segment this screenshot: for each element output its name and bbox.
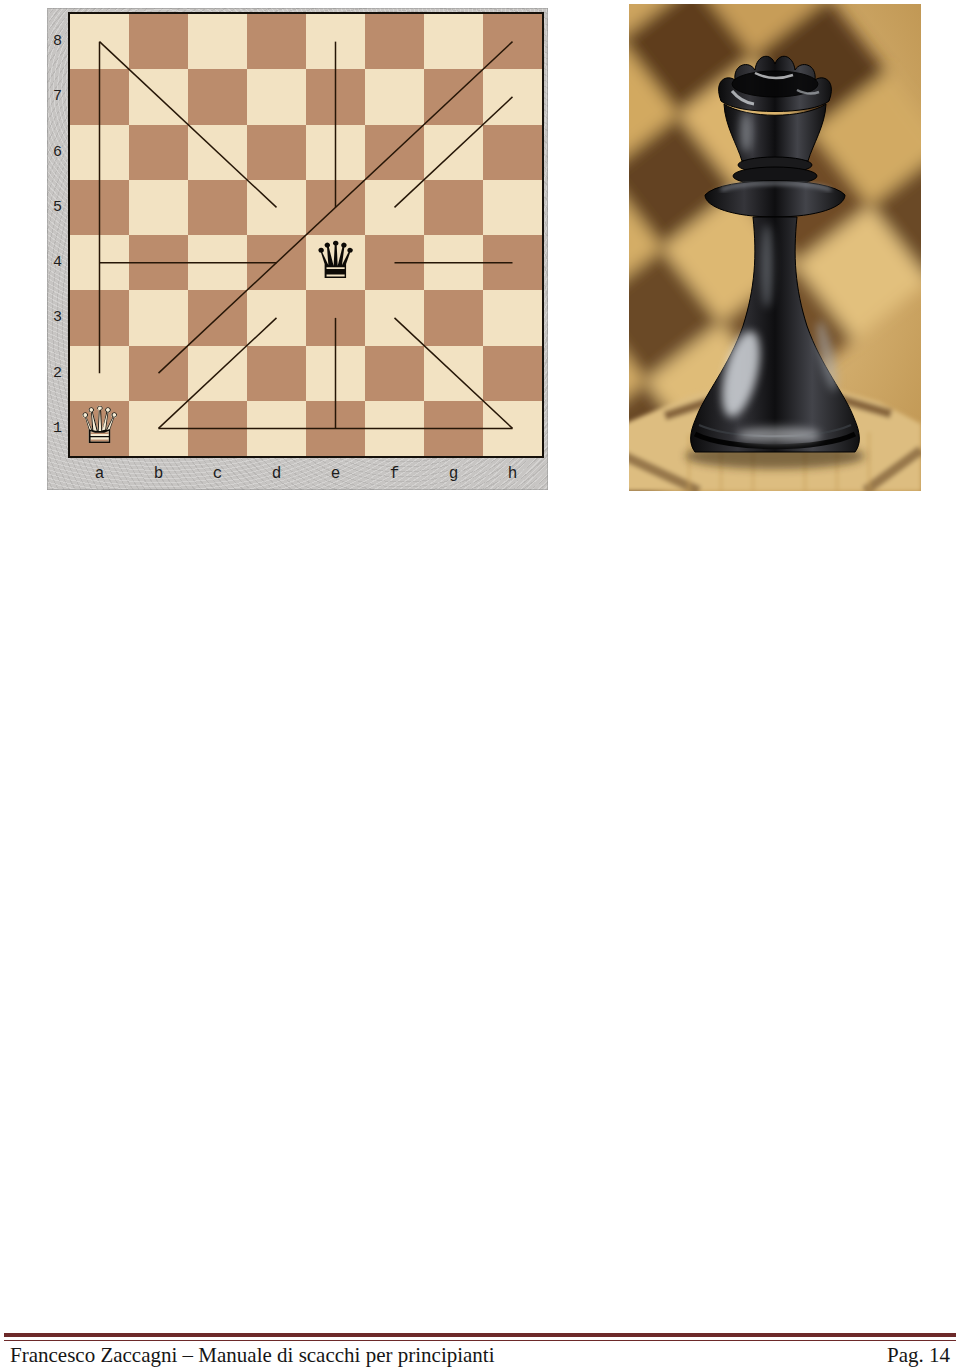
board-square xyxy=(70,346,129,401)
rank-label-5: 5 xyxy=(47,180,68,235)
file-label-b: b xyxy=(129,460,188,488)
file-label-f: f xyxy=(365,460,424,488)
rank-label-3: 3 xyxy=(47,290,68,345)
board-square xyxy=(129,125,188,180)
board-square xyxy=(483,125,542,180)
board-square xyxy=(424,235,483,290)
board-square xyxy=(188,290,247,345)
board-square xyxy=(70,290,129,345)
board-square xyxy=(365,290,424,345)
footer-rule xyxy=(4,1333,956,1341)
file-label-e: e xyxy=(306,460,365,488)
board-square xyxy=(483,290,542,345)
board-square xyxy=(129,401,188,456)
board-square xyxy=(306,14,365,69)
board-square: ♛♕ xyxy=(70,401,129,456)
board-square xyxy=(483,14,542,69)
board-square xyxy=(483,235,542,290)
rank-label-2: 2 xyxy=(47,346,68,401)
footer-page-number: Pag. 14 xyxy=(887,1343,950,1368)
board-square xyxy=(188,401,247,456)
black-queen: ♛ xyxy=(306,235,365,290)
footer-author-title: Francesco Zaccagni – Manuale di scacchi … xyxy=(10,1343,495,1368)
file-label-d: d xyxy=(247,460,306,488)
board-square xyxy=(247,235,306,290)
board-square xyxy=(129,180,188,235)
board-square xyxy=(129,14,188,69)
board-square xyxy=(70,69,129,124)
board-square xyxy=(129,346,188,401)
board-square xyxy=(129,290,188,345)
board-square xyxy=(129,235,188,290)
board-frame: ♛♛♕ xyxy=(68,12,544,458)
board-square xyxy=(424,125,483,180)
board-square xyxy=(483,401,542,456)
board-square xyxy=(247,125,306,180)
black-queen-photo-art xyxy=(629,4,921,491)
board-square xyxy=(247,346,306,401)
board-square xyxy=(483,180,542,235)
board-square xyxy=(306,290,365,345)
file-label-g: g xyxy=(424,460,483,488)
board-square xyxy=(424,290,483,345)
board-square xyxy=(188,346,247,401)
board-square xyxy=(483,69,542,124)
board-square xyxy=(365,69,424,124)
board-square xyxy=(70,125,129,180)
rank-label-6: 6 xyxy=(47,125,68,180)
piece-outline: ♕ xyxy=(77,401,123,452)
board-square xyxy=(365,125,424,180)
board-square xyxy=(424,14,483,69)
chess-diagram: 87654321 ♛♛♕ abcdefgh xyxy=(47,8,548,490)
board-square xyxy=(247,14,306,69)
board-square xyxy=(306,125,365,180)
board-square xyxy=(247,401,306,456)
board-square xyxy=(424,346,483,401)
board-square xyxy=(306,346,365,401)
board-square xyxy=(188,180,247,235)
board-square xyxy=(306,401,365,456)
board-square xyxy=(247,69,306,124)
board-square xyxy=(365,180,424,235)
board-square xyxy=(365,14,424,69)
rank-label-4: 4 xyxy=(47,235,68,290)
footer: Francesco Zaccagni – Manuale di scacchi … xyxy=(10,1342,950,1368)
board-square: ♛ xyxy=(306,235,365,290)
rank-labels: 87654321 xyxy=(47,14,68,456)
rank-label-1: 1 xyxy=(47,401,68,456)
board-square xyxy=(129,69,188,124)
file-label-a: a xyxy=(70,460,129,488)
black-queen-photo xyxy=(629,4,921,491)
board-square xyxy=(483,346,542,401)
file-labels: abcdefgh xyxy=(70,460,542,488)
board-square xyxy=(247,180,306,235)
board-square xyxy=(365,401,424,456)
file-label-c: c xyxy=(188,460,247,488)
chess-board: ♛♛♕ xyxy=(70,14,542,456)
white-queen: ♛♕ xyxy=(70,401,129,456)
board-square xyxy=(306,180,365,235)
board-square xyxy=(188,14,247,69)
rank-label-8: 8 xyxy=(47,14,68,69)
board-square xyxy=(70,180,129,235)
piece-glyph: ♛ xyxy=(313,235,359,286)
board-square xyxy=(70,14,129,69)
board-square xyxy=(247,290,306,345)
board-square xyxy=(424,69,483,124)
board-square xyxy=(365,235,424,290)
file-label-h: h xyxy=(483,460,542,488)
board-square xyxy=(188,235,247,290)
board-square xyxy=(365,346,424,401)
rank-label-7: 7 xyxy=(47,69,68,124)
board-square xyxy=(424,401,483,456)
board-square xyxy=(188,69,247,124)
board-square xyxy=(70,235,129,290)
board-square xyxy=(306,69,365,124)
board-square xyxy=(188,125,247,180)
board-square xyxy=(424,180,483,235)
